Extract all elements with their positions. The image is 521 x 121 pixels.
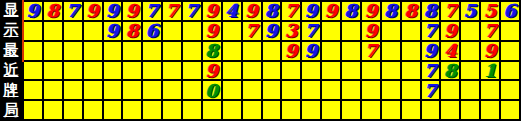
board-cell: [143, 101, 161, 119]
board-cell: 9: [123, 2, 141, 20]
board-cell: [24, 22, 42, 40]
board-cell: [163, 42, 181, 60]
vertical-caption: 显示最近牌局: [0, 0, 22, 121]
board-cell: 9: [362, 22, 380, 40]
board-cell: [123, 42, 141, 60]
board-cell: 3: [282, 22, 300, 40]
board-cell: 0: [203, 81, 221, 99]
board-cell: [64, 62, 82, 80]
board-cell: 8: [382, 2, 400, 20]
board-cell: [203, 101, 221, 119]
board-cell: [123, 62, 141, 80]
board-cell: [402, 101, 420, 119]
board-cell: [183, 42, 201, 60]
board-cell: 9: [243, 2, 261, 20]
board-cell: 5: [481, 2, 499, 20]
board-cell: [342, 101, 360, 119]
board-cell: [163, 22, 181, 40]
board-cell: 9: [263, 22, 281, 40]
board-cell: [24, 81, 42, 99]
board-cell: 6: [501, 2, 519, 20]
board-cell: [322, 62, 340, 80]
board-cell: 9: [481, 42, 499, 60]
board-cell: [64, 22, 82, 40]
board-cell: [44, 22, 62, 40]
board-cell: [44, 81, 62, 99]
board-cell: 9: [24, 2, 42, 20]
board-cell: [163, 101, 181, 119]
board-cell: 8: [44, 2, 62, 20]
board-cell: [362, 101, 380, 119]
board-cell: [342, 81, 360, 99]
board-cell: 7: [362, 42, 380, 60]
board-cell: 8: [342, 2, 360, 20]
board-cell: [243, 62, 261, 80]
board-cell: 9: [203, 2, 221, 20]
board-cell: [44, 62, 62, 80]
board-cell: 7: [143, 2, 161, 20]
board-cell: 8: [402, 2, 420, 20]
board-cell: [441, 101, 459, 119]
board-cell: [461, 101, 479, 119]
board-cell: 7: [422, 81, 440, 99]
board-cell: [402, 62, 420, 80]
board-cell: [263, 101, 281, 119]
board-cell: [441, 81, 459, 99]
board-cell: [24, 62, 42, 80]
board-cell: 7: [282, 2, 300, 20]
board-cell: [243, 81, 261, 99]
board-cell: [302, 62, 320, 80]
board-cell: [382, 81, 400, 99]
board-cell: [183, 22, 201, 40]
grid-left-accent: [22, 0, 24, 62]
board-cell: [501, 101, 519, 119]
board-cell: 7: [441, 2, 459, 20]
board-cell: [461, 81, 479, 99]
caption-char: 最: [0, 40, 22, 60]
board-cell: 9: [362, 2, 380, 20]
board-cell: 8: [123, 22, 141, 40]
board-cell: [104, 62, 122, 80]
board-cell: [183, 62, 201, 80]
board-cell: [402, 42, 420, 60]
board-cell: [402, 81, 420, 99]
board-cell: 8: [203, 42, 221, 60]
board-cell: 9: [104, 22, 122, 40]
board-cell: 8: [422, 2, 440, 20]
board-cell: 9: [422, 42, 440, 60]
board-cell: [123, 81, 141, 99]
board-cell: [481, 81, 499, 99]
recent-rounds-board: 显示最近牌局 987999777949879989888755698697937…: [0, 0, 521, 121]
board-cell: [183, 81, 201, 99]
board-cell: [302, 101, 320, 119]
board-cell: [223, 62, 241, 80]
board-cell: 9: [302, 42, 320, 60]
board-cell: [143, 62, 161, 80]
board-cell: 7: [422, 22, 440, 40]
board-cell: [342, 42, 360, 60]
board-cell: [64, 42, 82, 60]
board-cell: [402, 22, 420, 40]
board-cell: 5: [461, 2, 479, 20]
board-cell: [501, 62, 519, 80]
board-cell: [84, 101, 102, 119]
board-cell: [64, 101, 82, 119]
board-cell: [501, 81, 519, 99]
board-cell: [163, 81, 181, 99]
caption-char: 近: [0, 60, 22, 80]
board-cell: [501, 42, 519, 60]
board-cell: 7: [243, 22, 261, 40]
board-cell: [382, 22, 400, 40]
board-cell: [64, 81, 82, 99]
board-cell: [104, 81, 122, 99]
caption-char: 局: [0, 100, 22, 120]
board-cell: [263, 42, 281, 60]
board-cell: 8: [263, 2, 281, 20]
board-cell: [223, 81, 241, 99]
board-cell: [461, 62, 479, 80]
board-cell: [461, 22, 479, 40]
board-cell: [44, 42, 62, 60]
board-cell: [104, 42, 122, 60]
board-cell: 7: [481, 22, 499, 40]
board-cell: [123, 101, 141, 119]
board-cell: [461, 42, 479, 60]
board-cell: [104, 101, 122, 119]
board-cell: 9: [282, 42, 300, 60]
board-cell: 8: [441, 62, 459, 80]
number-grid: 9879997779498799898887556986979379797899…: [22, 0, 521, 121]
board-cell: [342, 62, 360, 80]
board-cell: [302, 81, 320, 99]
caption-char: 牌: [0, 80, 22, 100]
board-cell: [143, 42, 161, 60]
board-cell: [342, 22, 360, 40]
board-cell: [282, 101, 300, 119]
board-cell: [84, 22, 102, 40]
board-cell: [382, 42, 400, 60]
board-cell: 9: [441, 22, 459, 40]
board-cell: [84, 81, 102, 99]
board-cell: 9: [203, 22, 221, 40]
board-cell: 4: [441, 42, 459, 60]
board-cell: 9: [322, 2, 340, 20]
board-cell: 9: [302, 2, 320, 20]
caption-char: 显: [0, 0, 22, 20]
board-cell: [382, 101, 400, 119]
board-cell: [501, 22, 519, 40]
board-cell: [243, 101, 261, 119]
board-cell: 4: [223, 2, 241, 20]
board-cell: [362, 62, 380, 80]
board-cell: 9: [84, 2, 102, 20]
board-cell: [322, 81, 340, 99]
board-cell: [263, 62, 281, 80]
board-cell: 1: [481, 62, 499, 80]
board-cell: 9: [104, 2, 122, 20]
board-cell: [382, 62, 400, 80]
board-cell: [362, 81, 380, 99]
board-cell: 9: [203, 62, 221, 80]
board-cell: [24, 101, 42, 119]
board-cell: [322, 101, 340, 119]
board-cell: 6: [143, 22, 161, 40]
board-cell: [24, 42, 42, 60]
board-cell: [322, 22, 340, 40]
board-cell: 7: [64, 2, 82, 20]
board-cell: [84, 62, 102, 80]
board-cell: [282, 62, 300, 80]
board-cell: [422, 101, 440, 119]
board-cell: [243, 42, 261, 60]
board-cell: [143, 81, 161, 99]
board-cell: [481, 101, 499, 119]
board-cell: [183, 101, 201, 119]
board-cell: 7: [183, 2, 201, 20]
board-cell: 7: [163, 2, 181, 20]
caption-char: 示: [0, 20, 22, 40]
board-cell: [223, 22, 241, 40]
board-cell: [44, 101, 62, 119]
board-cell: 7: [422, 62, 440, 80]
board-cell: [223, 101, 241, 119]
board-cell: [282, 81, 300, 99]
board-cell: [263, 81, 281, 99]
board-cell: [322, 42, 340, 60]
board-cell: [163, 62, 181, 80]
board-cell: [84, 42, 102, 60]
board-cell: [223, 42, 241, 60]
board-cell: 7: [302, 22, 320, 40]
